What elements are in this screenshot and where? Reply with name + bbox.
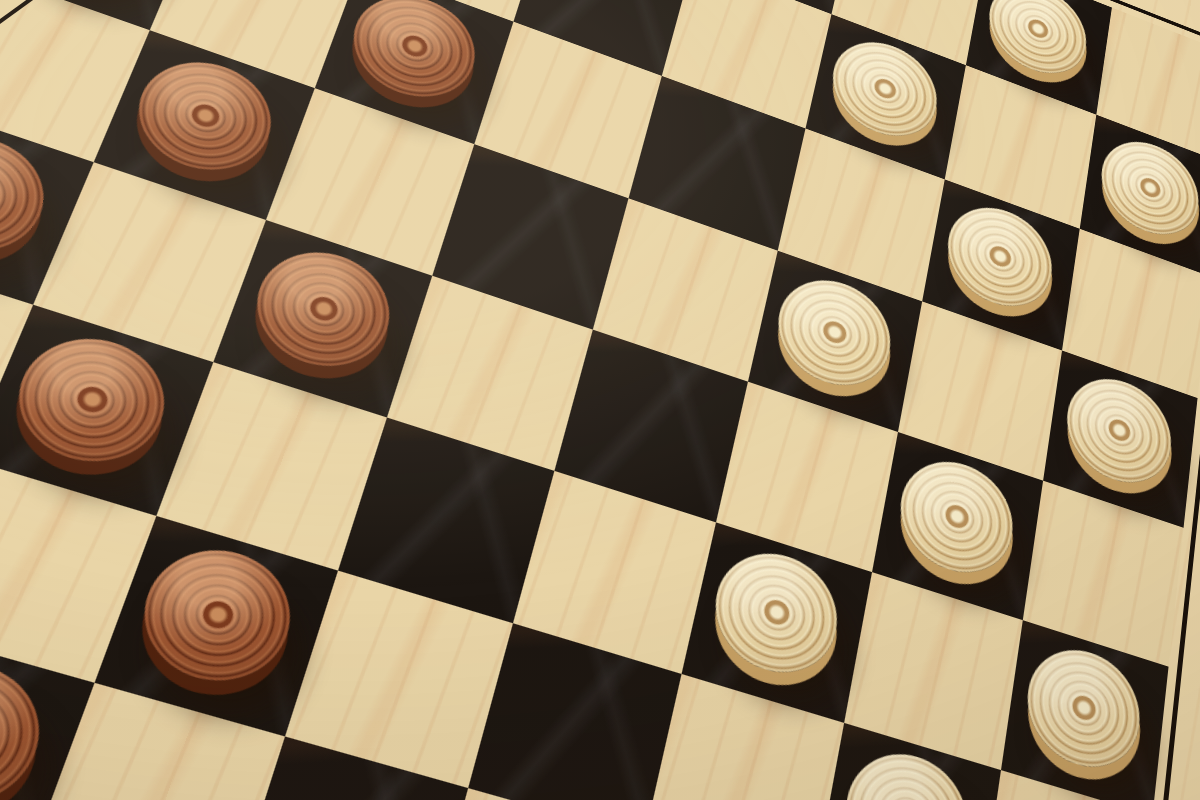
photo-frame — [0, 0, 1200, 800]
checkers-board — [0, 0, 1200, 800]
